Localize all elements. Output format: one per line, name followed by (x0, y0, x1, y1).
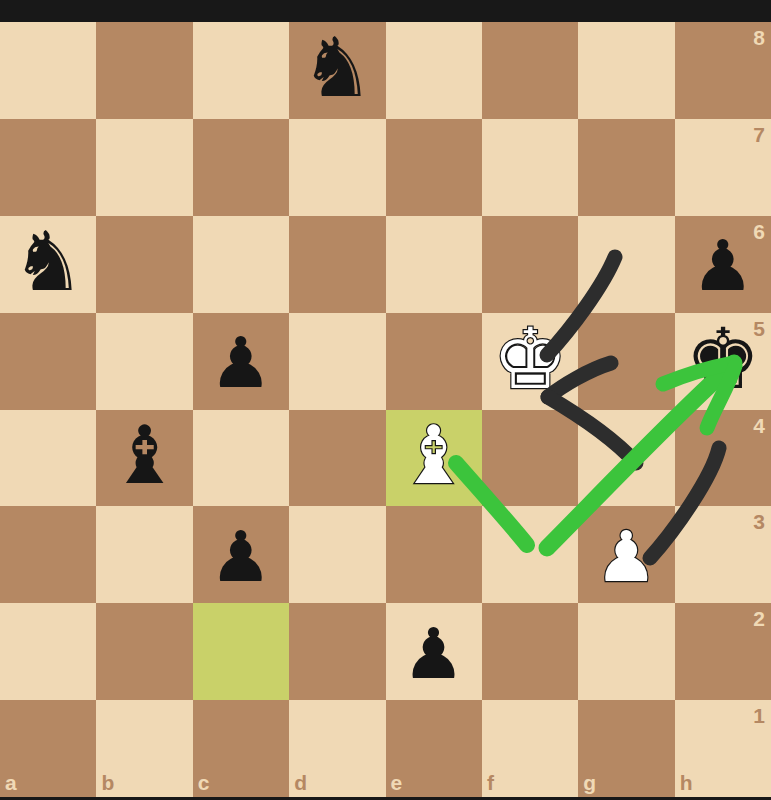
square-b5[interactable] (96, 313, 192, 410)
square-c5[interactable]: ♟ (193, 313, 289, 410)
square-a1[interactable]: a (0, 700, 96, 797)
piece-black-pawn[interactable]: ♟ (210, 522, 273, 592)
piece-white-king[interactable]: ♚ (492, 317, 567, 401)
coord-file-a: a (5, 772, 17, 793)
square-c1[interactable]: c (193, 700, 289, 797)
square-h3[interactable]: 3 (675, 506, 771, 603)
square-e6[interactable] (386, 216, 482, 313)
piece-black-knight[interactable]: ♞ (11, 221, 85, 303)
square-d2[interactable] (289, 603, 385, 700)
square-b3[interactable] (96, 506, 192, 603)
coord-rank-1: 1 (753, 705, 765, 726)
square-d4[interactable] (289, 410, 385, 507)
square-c2[interactable] (193, 603, 289, 700)
square-c6[interactable] (193, 216, 289, 313)
piece-black-king[interactable]: ♚ (685, 317, 760, 401)
square-d7[interactable] (289, 119, 385, 216)
piece-white-pawn[interactable]: ♟ (595, 522, 658, 592)
square-h1[interactable]: h1 (675, 700, 771, 797)
coord-rank-7: 7 (753, 124, 765, 145)
square-e1[interactable]: e (386, 700, 482, 797)
piece-black-pawn[interactable]: ♟ (210, 328, 273, 398)
square-c4[interactable] (193, 410, 289, 507)
square-f3[interactable] (482, 506, 578, 603)
square-a2[interactable] (0, 603, 96, 700)
square-c8[interactable] (193, 22, 289, 119)
square-g6[interactable] (578, 216, 674, 313)
piece-black-pawn[interactable]: ♟ (402, 619, 465, 689)
coord-rank-3: 3 (753, 511, 765, 532)
square-a6[interactable]: ♞ (0, 216, 96, 313)
square-h8[interactable]: 8 (675, 22, 771, 119)
coord-file-e: e (391, 772, 403, 793)
square-b4[interactable]: ♝ (96, 410, 192, 507)
square-c3[interactable]: ♟ (193, 506, 289, 603)
chess-board[interactable]: ♞87♞♟6♟♚♚5♝♝4♟♟3♟2abcdefgh1 (0, 22, 771, 797)
square-d1[interactable]: d (289, 700, 385, 797)
piece-black-knight[interactable]: ♞ (301, 27, 375, 109)
square-d3[interactable] (289, 506, 385, 603)
square-e5[interactable] (386, 313, 482, 410)
square-g2[interactable] (578, 603, 674, 700)
square-b7[interactable] (96, 119, 192, 216)
square-e2[interactable]: ♟ (386, 603, 482, 700)
square-h5[interactable]: ♚5 (675, 313, 771, 410)
square-g8[interactable] (578, 22, 674, 119)
coord-file-f: f (487, 772, 494, 793)
square-d8[interactable]: ♞ (289, 22, 385, 119)
square-b1[interactable]: b (96, 700, 192, 797)
square-g7[interactable] (578, 119, 674, 216)
square-f7[interactable] (482, 119, 578, 216)
top-bar (0, 0, 771, 22)
square-a3[interactable] (0, 506, 96, 603)
square-h6[interactable]: ♟6 (675, 216, 771, 313)
square-a5[interactable] (0, 313, 96, 410)
coord-file-h: h (680, 772, 693, 793)
square-a4[interactable] (0, 410, 96, 507)
square-d6[interactable] (289, 216, 385, 313)
square-h4[interactable]: 4 (675, 410, 771, 507)
square-c7[interactable] (193, 119, 289, 216)
piece-black-pawn[interactable]: ♟ (691, 231, 754, 301)
coord-rank-4: 4 (753, 415, 765, 436)
square-f5[interactable]: ♚ (482, 313, 578, 410)
square-b6[interactable] (96, 216, 192, 313)
square-a7[interactable] (0, 119, 96, 216)
coord-file-b: b (101, 772, 114, 793)
square-g1[interactable]: g (578, 700, 674, 797)
square-f1[interactable]: f (482, 700, 578, 797)
square-b2[interactable] (96, 603, 192, 700)
piece-black-bishop[interactable]: ♝ (109, 416, 181, 496)
coord-file-g: g (583, 772, 596, 793)
square-d5[interactable] (289, 313, 385, 410)
coord-file-c: c (198, 772, 210, 793)
square-f2[interactable] (482, 603, 578, 700)
square-f4[interactable] (482, 410, 578, 507)
square-e7[interactable] (386, 119, 482, 216)
square-e3[interactable] (386, 506, 482, 603)
square-h7[interactable]: 7 (675, 119, 771, 216)
square-b8[interactable] (96, 22, 192, 119)
square-f8[interactable] (482, 22, 578, 119)
square-g5[interactable] (578, 313, 674, 410)
coord-rank-8: 8 (753, 27, 765, 48)
square-a8[interactable] (0, 22, 96, 119)
square-g3[interactable]: ♟ (578, 506, 674, 603)
coord-file-d: d (294, 772, 307, 793)
coord-rank-6: 6 (753, 221, 765, 242)
square-f6[interactable] (482, 216, 578, 313)
piece-white-bishop[interactable]: ♝ (398, 416, 470, 496)
square-h2[interactable]: 2 (675, 603, 771, 700)
square-e8[interactable] (386, 22, 482, 119)
square-g4[interactable] (578, 410, 674, 507)
coord-rank-2: 2 (753, 608, 765, 629)
square-e4[interactable]: ♝ (386, 410, 482, 507)
chess-board-container: ♞87♞♟6♟♚♚5♝♝4♟♟3♟2abcdefgh1 (0, 22, 771, 797)
